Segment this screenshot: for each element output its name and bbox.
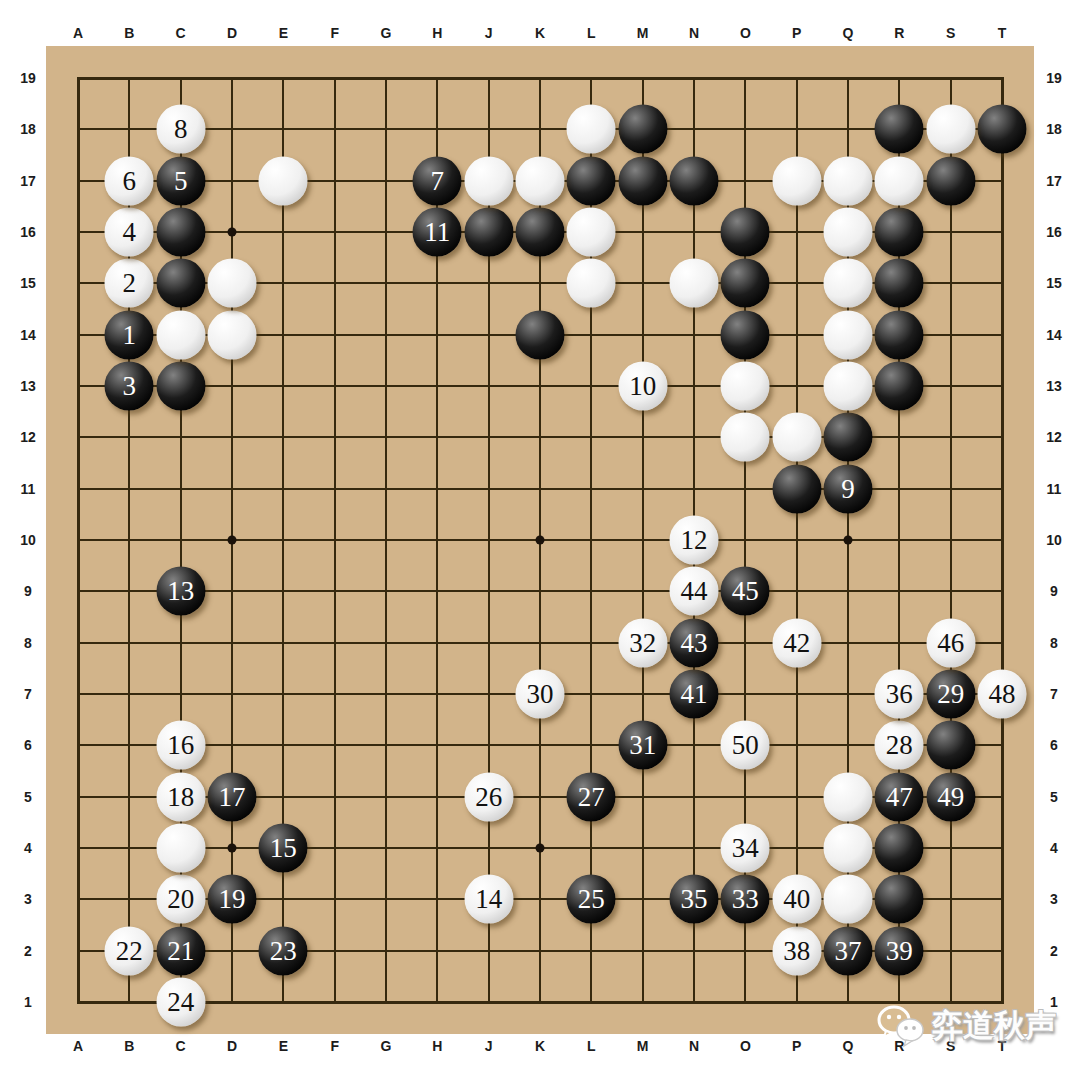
stone-black-N17	[670, 156, 719, 205]
coord-top-A: A	[73, 25, 83, 41]
stone-white-B16: 4	[105, 208, 154, 257]
stone-white-R17	[875, 156, 924, 205]
grid-line-horizontal	[77, 744, 1004, 746]
stone-white-O4: 34	[721, 824, 770, 873]
coord-right-17: 17	[1046, 173, 1062, 189]
stone-black-R16	[875, 208, 924, 257]
move-number: 41	[681, 681, 708, 708]
chat-bubbles-icon	[876, 1004, 928, 1048]
coord-right-7: 7	[1050, 686, 1058, 702]
move-number: 25	[578, 886, 605, 913]
move-number: 48	[989, 681, 1016, 708]
coord-top-K: K	[535, 25, 545, 41]
move-number: 16	[167, 732, 194, 759]
coord-top-S: S	[946, 25, 955, 41]
grid-line-horizontal	[77, 590, 1004, 592]
stone-white-P8: 42	[772, 618, 821, 667]
coord-right-3: 3	[1050, 891, 1058, 907]
coord-left-9: 9	[24, 583, 32, 599]
stone-white-R6: 28	[875, 721, 924, 770]
coord-top-G: G	[381, 25, 392, 41]
coord-bottom-O: O	[740, 1038, 751, 1054]
stone-white-B15: 2	[105, 259, 154, 308]
stone-white-Q13	[824, 362, 873, 411]
watermark-text: 弈道秋声	[932, 1005, 1056, 1047]
stone-white-Q3	[824, 875, 873, 924]
stone-black-J16	[464, 208, 513, 257]
coord-left-4: 4	[24, 840, 32, 856]
coord-bottom-G: G	[381, 1038, 392, 1054]
stone-black-M18	[618, 105, 667, 154]
stone-black-Q12	[824, 413, 873, 462]
star-point-K4	[536, 844, 545, 853]
stone-white-P12	[772, 413, 821, 462]
stone-black-C13	[156, 362, 205, 411]
coord-left-11: 11	[21, 481, 36, 497]
coord-left-14: 14	[20, 327, 36, 343]
move-number: 20	[167, 886, 194, 913]
coord-top-T: T	[998, 25, 1007, 41]
stone-black-C17: 5	[156, 156, 205, 205]
coord-left-5: 5	[24, 789, 32, 805]
stone-white-O12	[721, 413, 770, 462]
coord-right-18: 18	[1046, 121, 1062, 137]
coord-left-1: 1	[24, 994, 32, 1010]
coord-bottom-K: K	[535, 1038, 545, 1054]
coord-bottom-A: A	[73, 1038, 83, 1054]
stone-white-Q15	[824, 259, 873, 308]
coord-right-11: 11	[1047, 481, 1062, 497]
coord-left-19: 19	[20, 70, 36, 86]
stone-white-Q17	[824, 156, 873, 205]
stone-white-S8: 46	[926, 618, 975, 667]
coord-bottom-N: N	[689, 1038, 699, 1054]
stone-black-N3: 35	[670, 875, 719, 924]
stone-white-J17	[464, 156, 513, 205]
stone-black-D5: 17	[208, 772, 257, 821]
grid-line-vertical	[1001, 77, 1004, 1004]
coord-top-J: J	[485, 25, 493, 41]
coord-top-M: M	[637, 25, 649, 41]
star-point-K10	[536, 536, 545, 545]
go-diagram-page: 1234567891011121314151617181920212223242…	[0, 0, 1080, 1080]
coord-bottom-C: C	[176, 1038, 186, 1054]
coord-right-5: 5	[1050, 789, 1058, 805]
move-number: 31	[629, 732, 656, 759]
move-number: 23	[270, 937, 297, 964]
stone-black-R18	[875, 105, 924, 154]
move-number: 2	[123, 270, 137, 297]
move-number: 28	[886, 732, 913, 759]
stone-black-L17	[567, 156, 616, 205]
stone-white-B17: 6	[105, 156, 154, 205]
stone-black-E4: 15	[259, 824, 308, 873]
stone-black-S7: 29	[926, 670, 975, 719]
coord-bottom-M: M	[637, 1038, 649, 1054]
coord-bottom-H: H	[432, 1038, 442, 1054]
stone-white-C3: 20	[156, 875, 205, 924]
stone-white-C6: 16	[156, 721, 205, 770]
move-number: 10	[629, 373, 656, 400]
stone-black-K16	[516, 208, 565, 257]
stone-black-C2: 21	[156, 926, 205, 975]
stone-black-C9: 13	[156, 567, 205, 616]
move-number: 40	[783, 886, 810, 913]
stone-white-C18: 8	[156, 105, 205, 154]
stone-black-B13: 3	[105, 362, 154, 411]
stone-white-E17	[259, 156, 308, 205]
coord-right-4: 4	[1050, 840, 1058, 856]
stone-white-L16	[567, 208, 616, 257]
stone-black-R14	[875, 310, 924, 359]
stone-white-L15	[567, 259, 616, 308]
stone-white-C5: 18	[156, 772, 205, 821]
move-number: 15	[270, 835, 297, 862]
move-number: 33	[732, 886, 759, 913]
go-board: 1234567891011121314151617181920212223242…	[46, 46, 1034, 1034]
coord-top-Q: Q	[843, 25, 854, 41]
move-number: 32	[629, 629, 656, 656]
coord-top-E: E	[279, 25, 288, 41]
coord-left-3: 3	[24, 891, 32, 907]
coord-right-15: 15	[1046, 275, 1062, 291]
stone-black-O15	[721, 259, 770, 308]
move-number: 13	[167, 578, 194, 605]
stone-white-O13	[721, 362, 770, 411]
star-point-Q10	[844, 536, 853, 545]
stone-black-D3: 19	[208, 875, 257, 924]
move-number: 37	[835, 937, 862, 964]
coord-right-2: 2	[1050, 943, 1058, 959]
coord-bottom-B: B	[124, 1038, 134, 1054]
grid-line-vertical	[642, 77, 644, 1004]
stone-white-J3: 14	[464, 875, 513, 924]
stone-black-L3: 25	[567, 875, 616, 924]
stone-white-P3: 40	[772, 875, 821, 924]
star-point-D16	[228, 228, 237, 237]
move-number: 39	[886, 937, 913, 964]
stone-white-P2: 38	[772, 926, 821, 975]
move-number: 29	[937, 681, 964, 708]
grid-line-vertical	[796, 77, 798, 1004]
coord-top-O: O	[740, 25, 751, 41]
coord-top-L: L	[587, 25, 596, 41]
stone-black-K14	[516, 310, 565, 359]
move-number: 30	[527, 681, 554, 708]
coord-right-12: 12	[1046, 429, 1062, 445]
stone-black-N7: 41	[670, 670, 719, 719]
stone-black-C15	[156, 259, 205, 308]
coord-left-13: 13	[20, 378, 36, 394]
stone-white-N15	[670, 259, 719, 308]
stone-black-S6	[926, 721, 975, 770]
grid-line-horizontal	[77, 642, 1004, 644]
stone-white-D14	[208, 310, 257, 359]
move-number: 18	[167, 783, 194, 810]
coord-left-15: 15	[20, 275, 36, 291]
coord-bottom-E: E	[279, 1038, 288, 1054]
stone-white-P17	[772, 156, 821, 205]
move-number: 44	[681, 578, 708, 605]
stone-black-S17	[926, 156, 975, 205]
coord-bottom-L: L	[587, 1038, 596, 1054]
stone-white-Q16	[824, 208, 873, 257]
move-number: 27	[578, 783, 605, 810]
coord-left-7: 7	[24, 686, 32, 702]
stone-black-Q11: 9	[824, 464, 873, 513]
coord-right-13: 13	[1046, 378, 1062, 394]
stone-black-M6: 31	[618, 721, 667, 770]
stone-white-Q5	[824, 772, 873, 821]
move-number: 19	[219, 886, 246, 913]
coord-bottom-Q: Q	[843, 1038, 854, 1054]
stone-white-M13: 10	[618, 362, 667, 411]
move-number: 36	[886, 681, 913, 708]
coord-top-H: H	[432, 25, 442, 41]
stone-white-R7: 36	[875, 670, 924, 719]
stone-white-C14	[156, 310, 205, 359]
stone-white-Q4	[824, 824, 873, 873]
move-number: 24	[167, 989, 194, 1016]
move-number: 6	[123, 167, 137, 194]
stone-white-N9: 44	[670, 567, 719, 616]
move-number: 45	[732, 578, 759, 605]
star-point-D10	[228, 536, 237, 545]
move-number: 12	[681, 527, 708, 554]
grid-line-horizontal	[77, 1001, 1004, 1004]
stone-white-S18	[926, 105, 975, 154]
stone-black-R2: 39	[875, 926, 924, 975]
stone-black-E2: 23	[259, 926, 308, 975]
coord-left-8: 8	[24, 635, 32, 651]
move-number: 34	[732, 835, 759, 862]
coord-top-C: C	[176, 25, 186, 41]
move-number: 4	[123, 219, 137, 246]
stone-black-R13	[875, 362, 924, 411]
stone-white-B2: 22	[105, 926, 154, 975]
move-number: 21	[167, 937, 194, 964]
move-number: 46	[937, 629, 964, 656]
stone-black-C16	[156, 208, 205, 257]
watermark: 弈道秋声	[876, 1004, 1056, 1048]
stone-black-R3	[875, 875, 924, 924]
coord-bottom-J: J	[485, 1038, 493, 1054]
coord-top-P: P	[792, 25, 801, 41]
stone-black-N8: 43	[670, 618, 719, 667]
stone-black-T18	[978, 105, 1027, 154]
stone-black-H17: 7	[413, 156, 462, 205]
move-number: 35	[681, 886, 708, 913]
stone-black-O16	[721, 208, 770, 257]
coord-right-8: 8	[1050, 635, 1058, 651]
stone-white-K7: 30	[516, 670, 565, 719]
stone-black-P11	[772, 464, 821, 513]
move-number: 14	[475, 886, 502, 913]
move-number: 3	[123, 373, 137, 400]
coord-left-2: 2	[24, 943, 32, 959]
coord-left-16: 16	[20, 224, 36, 240]
grid-line-vertical	[950, 77, 952, 1004]
stone-black-R15	[875, 259, 924, 308]
stone-white-T7: 48	[978, 670, 1027, 719]
coord-bottom-D: D	[227, 1038, 237, 1054]
coord-top-B: B	[124, 25, 134, 41]
stone-white-L18	[567, 105, 616, 154]
coord-top-F: F	[330, 25, 339, 41]
coord-right-10: 10	[1046, 532, 1062, 548]
coord-right-16: 16	[1046, 224, 1062, 240]
stone-black-B14: 1	[105, 310, 154, 359]
coord-bottom-F: F	[330, 1038, 339, 1054]
coord-left-12: 12	[20, 429, 36, 445]
move-number: 49	[937, 783, 964, 810]
move-number: 38	[783, 937, 810, 964]
move-number: 43	[681, 629, 708, 656]
stone-black-Q2: 37	[824, 926, 873, 975]
coord-left-6: 6	[24, 737, 32, 753]
coord-right-6: 6	[1050, 737, 1058, 753]
stone-black-M17	[618, 156, 667, 205]
coord-top-R: R	[894, 25, 904, 41]
move-number: 8	[174, 116, 188, 143]
move-number: 42	[783, 629, 810, 656]
star-point-D4	[228, 844, 237, 853]
stone-white-O6: 50	[721, 721, 770, 770]
stone-black-O3: 33	[721, 875, 770, 924]
coord-right-9: 9	[1050, 583, 1058, 599]
stone-black-O9: 45	[721, 567, 770, 616]
stone-black-H16: 11	[413, 208, 462, 257]
stone-black-R5: 47	[875, 772, 924, 821]
stone-white-D15	[208, 259, 257, 308]
coord-bottom-P: P	[792, 1038, 801, 1054]
move-number: 1	[123, 321, 137, 348]
stone-black-O14	[721, 310, 770, 359]
coord-top-N: N	[689, 25, 699, 41]
coord-right-14: 14	[1046, 327, 1062, 343]
move-number: 26	[475, 783, 502, 810]
coord-left-17: 17	[20, 173, 36, 189]
stone-white-K17	[516, 156, 565, 205]
move-number: 5	[174, 167, 188, 194]
move-number: 50	[732, 732, 759, 759]
stone-black-S5: 49	[926, 772, 975, 821]
move-number: 17	[219, 783, 246, 810]
coord-left-10: 10	[20, 532, 36, 548]
move-number: 9	[841, 475, 855, 502]
coord-left-18: 18	[20, 121, 36, 137]
stone-black-L5: 27	[567, 772, 616, 821]
coord-right-19: 19	[1046, 70, 1062, 86]
stone-white-Q14	[824, 310, 873, 359]
move-number: 47	[886, 783, 913, 810]
move-number: 22	[116, 937, 143, 964]
stone-white-C1: 24	[156, 978, 205, 1027]
stone-white-N10: 12	[670, 516, 719, 565]
move-number: 7	[431, 167, 445, 194]
stone-white-J5: 26	[464, 772, 513, 821]
move-number: 11	[424, 219, 450, 246]
coord-top-D: D	[227, 25, 237, 41]
stone-white-C4	[156, 824, 205, 873]
stone-white-M8: 32	[618, 618, 667, 667]
stone-black-R4	[875, 824, 924, 873]
